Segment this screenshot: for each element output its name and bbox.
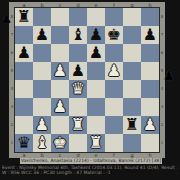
piece-white-pawn-b2[interactable]: ♟ bbox=[33, 116, 51, 134]
square-f7[interactable]: ♚ bbox=[105, 26, 123, 44]
square-h3[interactable] bbox=[141, 98, 159, 116]
piece-black-pawn-e6[interactable]: ♟ bbox=[87, 44, 105, 62]
chess-app-window: abcdefgh abcdefgh 87654321 87654321 ♜♟♝♟… bbox=[0, 0, 180, 180]
square-a5[interactable] bbox=[15, 62, 33, 80]
square-e7[interactable]: ♟ bbox=[87, 26, 105, 44]
piece-white-pawn-f5[interactable]: ♟ bbox=[105, 62, 123, 80]
rank-label-1: 1 bbox=[159, 134, 165, 152]
piece-white-pawn-c5[interactable]: ♟ bbox=[51, 62, 69, 80]
square-e4[interactable] bbox=[87, 80, 105, 98]
square-d5[interactable]: ♟ bbox=[69, 62, 87, 80]
piece-black-pawn-b7[interactable]: ♟ bbox=[33, 26, 51, 44]
piece-black-pawn-a6[interactable]: ♟ bbox=[15, 44, 33, 62]
black-piece-indicator-icon: ♟ bbox=[1, 12, 12, 26]
square-h6[interactable] bbox=[141, 44, 159, 62]
piece-black-rook-g2[interactable]: ♜ bbox=[123, 116, 141, 134]
square-f5[interactable]: ♟ bbox=[105, 62, 123, 80]
square-h4[interactable] bbox=[141, 80, 159, 98]
square-f2[interactable] bbox=[105, 116, 123, 134]
square-c4[interactable] bbox=[51, 80, 69, 98]
rank-label-3: 3 bbox=[159, 98, 165, 116]
piece-white-rook-e1[interactable]: ♜ bbox=[87, 134, 105, 152]
square-c1[interactable]: ♚ bbox=[51, 134, 69, 152]
square-d3[interactable] bbox=[69, 98, 87, 116]
rank-label-6: 6 bbox=[159, 44, 165, 62]
piece-black-rook-a8[interactable]: ♜ bbox=[15, 8, 33, 26]
square-a2[interactable] bbox=[15, 116, 33, 134]
square-f4[interactable] bbox=[105, 80, 123, 98]
square-g7[interactable] bbox=[123, 26, 141, 44]
square-h8[interactable] bbox=[141, 8, 159, 26]
piece-black-pawn-d5[interactable]: ♟ bbox=[69, 62, 87, 80]
square-a1[interactable]: ♛ bbox=[15, 134, 33, 152]
square-b4[interactable] bbox=[33, 80, 51, 98]
square-a6[interactable]: ♟ bbox=[15, 44, 33, 62]
piece-white-pawn-h2[interactable]: ♟ bbox=[141, 116, 159, 134]
square-c8[interactable] bbox=[51, 8, 69, 26]
square-h1[interactable] bbox=[141, 134, 159, 152]
square-d6[interactable] bbox=[69, 44, 87, 62]
square-d4[interactable]: ♛ bbox=[69, 80, 87, 98]
square-f3[interactable] bbox=[105, 98, 123, 116]
square-b8[interactable] bbox=[33, 8, 51, 26]
rank-label-7: 7 bbox=[159, 26, 165, 44]
square-d2[interactable]: ♜ bbox=[69, 116, 87, 134]
piece-white-bishop-b1[interactable]: ♝ bbox=[33, 134, 51, 152]
piece-white-king-c1[interactable]: ♚ bbox=[51, 134, 69, 152]
game-players-header: Vasilchenko, Anastasia (2214) - Udaltsov… bbox=[20, 158, 162, 164]
square-e3[interactable] bbox=[87, 98, 105, 116]
square-c5[interactable]: ♟ bbox=[51, 62, 69, 80]
game-meta-line: W : R56 WCC 36 : PC30 Length : 47 Materi… bbox=[2, 170, 178, 175]
square-d1[interactable] bbox=[69, 134, 87, 152]
piece-black-pawn-e7[interactable]: ♟ bbox=[87, 26, 105, 44]
square-e5[interactable] bbox=[87, 62, 105, 80]
piece-black-queen-a1[interactable]: ♛ bbox=[15, 134, 33, 152]
square-a3[interactable] bbox=[15, 98, 33, 116]
square-b3[interactable] bbox=[33, 98, 51, 116]
square-g5[interactable] bbox=[123, 62, 141, 80]
square-e8[interactable] bbox=[87, 8, 105, 26]
square-a8[interactable]: ♜ bbox=[15, 8, 33, 26]
square-d7[interactable]: ♝ bbox=[69, 26, 87, 44]
square-h2[interactable]: ♟ bbox=[141, 116, 159, 134]
material-black-pawn-icon: ♟ bbox=[163, 68, 175, 83]
square-f1[interactable] bbox=[105, 134, 123, 152]
square-c7[interactable] bbox=[51, 26, 69, 44]
piece-white-queen-d4[interactable]: ♛ bbox=[69, 80, 87, 98]
piece-black-bishop-d7[interactable]: ♝ bbox=[69, 26, 87, 44]
square-e1[interactable]: ♜ bbox=[87, 134, 105, 152]
square-g2[interactable]: ♜ bbox=[123, 116, 141, 134]
square-f8[interactable] bbox=[105, 8, 123, 26]
square-h5[interactable] bbox=[141, 62, 159, 80]
square-g1[interactable] bbox=[123, 134, 141, 152]
piece-black-pawn-h7[interactable]: ♟ bbox=[141, 26, 159, 44]
square-g6[interactable] bbox=[123, 44, 141, 62]
square-e6[interactable]: ♟ bbox=[87, 44, 105, 62]
piece-white-pawn-c3[interactable]: ♟ bbox=[51, 98, 69, 116]
square-h7[interactable]: ♟ bbox=[141, 26, 159, 44]
square-g4[interactable] bbox=[123, 80, 141, 98]
square-f6[interactable] bbox=[105, 44, 123, 62]
square-a7[interactable] bbox=[15, 26, 33, 44]
square-e2[interactable] bbox=[87, 116, 105, 134]
chess-board[interactable]: ♜♟♝♟♚♟♟♟♟♟♟♛♟♟♜♜♟♛♝♚♜ bbox=[15, 8, 159, 152]
square-c3[interactable]: ♟ bbox=[51, 98, 69, 116]
square-b1[interactable]: ♝ bbox=[33, 134, 51, 152]
rank-label-8: 8 bbox=[159, 8, 165, 26]
square-g3[interactable] bbox=[123, 98, 141, 116]
square-b2[interactable]: ♟ bbox=[33, 116, 51, 134]
square-d8[interactable] bbox=[69, 8, 87, 26]
square-a4[interactable] bbox=[15, 80, 33, 98]
square-c6[interactable] bbox=[51, 44, 69, 62]
square-c2[interactable] bbox=[51, 116, 69, 134]
rank-label-2: 2 bbox=[159, 116, 165, 134]
piece-white-rook-d2[interactable]: ♜ bbox=[69, 116, 87, 134]
piece-black-king-f7[interactable]: ♚ bbox=[105, 26, 123, 44]
square-g8[interactable] bbox=[123, 8, 141, 26]
square-b7[interactable]: ♟ bbox=[33, 26, 51, 44]
square-b6[interactable] bbox=[33, 44, 51, 62]
square-b5[interactable] bbox=[33, 62, 51, 80]
